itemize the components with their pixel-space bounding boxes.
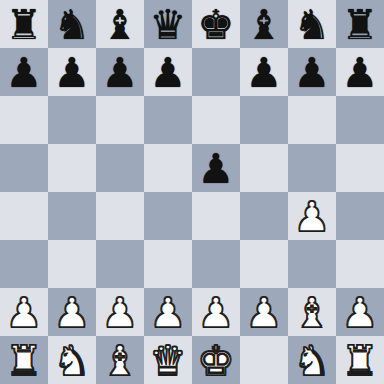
square-h2[interactable]: ♟ — [336, 288, 384, 336]
square-d8[interactable]: ♛ — [144, 0, 192, 48]
piece-black-queen[interactable]: ♛ — [150, 2, 187, 48]
square-e1[interactable]: ♚ — [192, 336, 240, 384]
square-d4[interactable] — [144, 192, 192, 240]
square-d5[interactable] — [144, 144, 192, 192]
piece-white-knight[interactable]: ♞ — [54, 338, 91, 384]
square-c1[interactable]: ♝ — [96, 336, 144, 384]
square-f2[interactable]: ♟ — [240, 288, 288, 336]
piece-white-pawn[interactable]: ♟ — [150, 290, 187, 336]
square-c7[interactable]: ♟ — [96, 48, 144, 96]
square-a8[interactable]: ♜ — [0, 0, 48, 48]
square-e4[interactable] — [192, 192, 240, 240]
square-c5[interactable] — [96, 144, 144, 192]
piece-white-pawn[interactable]: ♟ — [102, 290, 139, 336]
piece-white-pawn[interactable]: ♟ — [294, 194, 331, 240]
square-h6[interactable] — [336, 96, 384, 144]
square-f1[interactable] — [240, 336, 288, 384]
piece-black-rook[interactable]: ♜ — [342, 2, 379, 48]
square-b2[interactable]: ♟ — [48, 288, 96, 336]
square-g3[interactable] — [288, 240, 336, 288]
square-h5[interactable] — [336, 144, 384, 192]
square-g7[interactable]: ♟ — [288, 48, 336, 96]
piece-black-pawn[interactable]: ♟ — [294, 50, 331, 96]
piece-white-bishop[interactable]: ♝ — [102, 338, 139, 384]
square-d7[interactable]: ♟ — [144, 48, 192, 96]
piece-white-pawn[interactable]: ♟ — [246, 290, 283, 336]
piece-black-rook[interactable]: ♜ — [6, 2, 43, 48]
square-a1[interactable]: ♜ — [0, 336, 48, 384]
piece-white-bishop[interactable]: ♝ — [294, 290, 331, 336]
square-g2[interactable]: ♝ — [288, 288, 336, 336]
piece-white-rook[interactable]: ♜ — [342, 338, 379, 384]
square-e6[interactable] — [192, 96, 240, 144]
piece-black-pawn[interactable]: ♟ — [54, 50, 91, 96]
piece-white-pawn[interactable]: ♟ — [342, 290, 379, 336]
square-f4[interactable] — [240, 192, 288, 240]
square-d6[interactable] — [144, 96, 192, 144]
square-g8[interactable]: ♞ — [288, 0, 336, 48]
square-e8[interactable]: ♚ — [192, 0, 240, 48]
piece-black-king[interactable]: ♚ — [198, 2, 235, 48]
square-d3[interactable] — [144, 240, 192, 288]
square-a7[interactable]: ♟ — [0, 48, 48, 96]
square-f6[interactable] — [240, 96, 288, 144]
square-h8[interactable]: ♜ — [336, 0, 384, 48]
square-d2[interactable]: ♟ — [144, 288, 192, 336]
square-a4[interactable] — [0, 192, 48, 240]
square-h1[interactable]: ♜ — [336, 336, 384, 384]
square-c4[interactable] — [96, 192, 144, 240]
square-a3[interactable] — [0, 240, 48, 288]
square-e5[interactable]: ♟ — [192, 144, 240, 192]
square-f7[interactable]: ♟ — [240, 48, 288, 96]
square-e3[interactable] — [192, 240, 240, 288]
square-c8[interactable]: ♝ — [96, 0, 144, 48]
square-f3[interactable] — [240, 240, 288, 288]
piece-black-bishop[interactable]: ♝ — [102, 2, 139, 48]
piece-black-pawn[interactable]: ♟ — [150, 50, 187, 96]
square-h7[interactable]: ♟ — [336, 48, 384, 96]
square-e7[interactable] — [192, 48, 240, 96]
piece-black-knight[interactable]: ♞ — [294, 2, 331, 48]
piece-white-pawn[interactable]: ♟ — [6, 290, 43, 336]
piece-black-bishop[interactable]: ♝ — [246, 2, 283, 48]
piece-white-king[interactable]: ♚ — [198, 338, 235, 384]
square-g1[interactable]: ♞ — [288, 336, 336, 384]
square-g6[interactable] — [288, 96, 336, 144]
square-a6[interactable] — [0, 96, 48, 144]
square-b4[interactable] — [48, 192, 96, 240]
piece-white-rook[interactable]: ♜ — [6, 338, 43, 384]
square-b7[interactable]: ♟ — [48, 48, 96, 96]
square-b6[interactable] — [48, 96, 96, 144]
square-h4[interactable] — [336, 192, 384, 240]
piece-white-pawn[interactable]: ♟ — [54, 290, 91, 336]
square-b1[interactable]: ♞ — [48, 336, 96, 384]
square-d1[interactable]: ♛ — [144, 336, 192, 384]
square-b5[interactable] — [48, 144, 96, 192]
square-b8[interactable]: ♞ — [48, 0, 96, 48]
piece-white-queen[interactable]: ♛ — [150, 338, 187, 384]
square-g5[interactable] — [288, 144, 336, 192]
square-c3[interactable] — [96, 240, 144, 288]
square-c2[interactable]: ♟ — [96, 288, 144, 336]
square-b3[interactable] — [48, 240, 96, 288]
square-f5[interactable] — [240, 144, 288, 192]
piece-black-pawn[interactable]: ♟ — [198, 146, 235, 192]
square-a2[interactable]: ♟ — [0, 288, 48, 336]
square-f8[interactable]: ♝ — [240, 0, 288, 48]
square-e2[interactable]: ♟ — [192, 288, 240, 336]
piece-black-pawn[interactable]: ♟ — [342, 50, 379, 96]
square-a5[interactable] — [0, 144, 48, 192]
chess-board: ♜♞♝♛♚♝♞♜♟♟♟♟♟♟♟♟♟♟♟♟♟♟♟♝♟♜♞♝♛♚♞♜ — [0, 0, 384, 384]
piece-black-pawn[interactable]: ♟ — [102, 50, 139, 96]
piece-white-knight[interactable]: ♞ — [294, 338, 331, 384]
square-c6[interactable] — [96, 96, 144, 144]
piece-black-pawn[interactable]: ♟ — [6, 50, 43, 96]
piece-black-knight[interactable]: ♞ — [54, 2, 91, 48]
piece-black-pawn[interactable]: ♟ — [246, 50, 283, 96]
square-h3[interactable] — [336, 240, 384, 288]
piece-white-pawn[interactable]: ♟ — [198, 290, 235, 336]
square-g4[interactable]: ♟ — [288, 192, 336, 240]
